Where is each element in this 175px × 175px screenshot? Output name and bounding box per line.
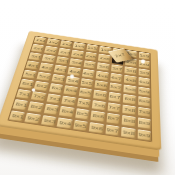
light-glint-icon [69,74,75,79]
cube-label: 3×3 [57,58,67,63]
cube-label: 3×1 [30,54,41,59]
cube-tile[interactable]: 3×9 [138,68,150,77]
cube-tile[interactable]: 6×6 [93,90,107,101]
cube-tile[interactable]: 4×3 [54,65,68,75]
cube-tile[interactable]: 5×2 [37,72,51,82]
cube-label: 6×7 [109,94,120,99]
cube-label: 3×9 [139,71,149,76]
cube-label: 8×6 [92,113,103,119]
cube-label: 4×5 [83,71,93,76]
cube-label: 2×3 [59,50,69,55]
cube-label: 9×8 [122,129,133,135]
cube-tile[interactable]: 1×4 [73,42,85,50]
cube-label: 7×5 [78,100,89,106]
cube-tile[interactable]: 4×6 [96,71,109,81]
cube-tile[interactable]: 9×3 [41,115,57,127]
cube-tile[interactable]: 5×9 [138,86,150,96]
cube-label: 5×7 [110,85,120,90]
cube-tile[interactable]: 7×2 [31,91,46,102]
cube-tile[interactable]: 7×9 [138,107,151,118]
cube-tile[interactable]: 9×4 [57,117,73,129]
cube-label: 1×3 [61,42,71,46]
cube-tile[interactable]: 4×2 [39,63,53,72]
cube-label: 5×2 [39,74,50,79]
cube-tile[interactable]: 1×1 [34,36,47,44]
cube-label: 9×9 [138,132,149,138]
cube-label: 5×3 [53,76,64,81]
cube-label: 7×8 [124,107,135,113]
cube-tile[interactable]: 9×8 [121,126,135,138]
cube-tile[interactable]: 5×8 [123,84,136,94]
product-photo: 1×11×21×31×41×51×61×71×81×92×12×22×32×42… [0,0,175,175]
cube-label: 2×2 [46,48,56,53]
cube-label: 2×1 [33,46,43,51]
cube-label: 9×5 [75,122,87,128]
cube-tile[interactable]: 5×6 [95,80,108,90]
cube-tile[interactable]: 7×4 [62,95,77,106]
cube-label: 8×9 [139,120,150,126]
cube-label: 3×7 [112,66,122,71]
cube-tile[interactable]: 9×5 [73,119,88,131]
cube-tile[interactable]: 9×7 [105,124,119,136]
cube-tile[interactable]: 3×1 [28,52,42,61]
cube-tile[interactable]: 3×4 [69,58,82,67]
cube-tile[interactable]: 6×3 [49,83,64,93]
cube-tile[interactable]: 1×2 [47,38,60,46]
cube-tile[interactable]: 7×8 [122,104,135,115]
cube-label: 8×1 [14,102,26,108]
cube-label: 1×9 [140,54,149,58]
cube-tile[interactable]: 3×2 [42,54,56,63]
cube-label: 4×6 [97,73,107,78]
cube-tile[interactable]: 5×3 [51,74,65,84]
cube-label: 6×6 [95,92,106,97]
cube-tile[interactable]: 8×9 [137,117,150,129]
cube-tile[interactable]: 2×6 [98,54,110,63]
cube-label: 8×8 [123,118,134,124]
cube-label: 9×1 [11,113,24,119]
cube-label: 2×4 [73,52,83,57]
cube-label: 1×2 [48,40,58,44]
cube-label: 5×6 [96,83,107,88]
cube-label: 8×2 [30,104,42,110]
cube-label: 7×2 [33,94,45,100]
cube-tile[interactable]: 4×7 [110,73,123,83]
cube-label: 7×9 [139,109,150,115]
cube-tile[interactable]: 5×5 [80,78,94,88]
cube-tile[interactable]: 7×5 [77,98,91,109]
cube-tile[interactable]: 7×6 [92,100,106,111]
cube-tile[interactable]: 6×9 [138,96,151,107]
cube-tile[interactable]: 4×5 [82,69,95,79]
cube-tile[interactable]: 2×3 [58,48,71,57]
cube-label: 6×4 [65,88,76,93]
cube-label: 4×3 [55,67,66,72]
cube-tile[interactable]: 7×1 [16,89,32,100]
cube-label: 6×9 [139,99,149,104]
cube-label: 3×4 [71,60,81,65]
cube-label: 3×8 [126,68,136,73]
cube-tile[interactable]: 7×3 [46,93,61,104]
cube-tile[interactable]: 7×7 [107,102,121,113]
cube-tile[interactable]: 5×1 [22,70,37,80]
light-glint-icon [31,88,36,92]
cube-tile[interactable]: 6×8 [123,94,136,105]
cube-tile[interactable]: 8×3 [44,104,59,116]
cube-label: 6×5 [80,90,91,95]
cube-tile[interactable]: 4×1 [25,61,39,70]
cube-label: 5×5 [82,80,93,85]
cube-label: 8×3 [45,106,57,112]
cube-label: 4×9 [139,79,149,84]
cube-tile[interactable]: 2×4 [71,50,84,59]
cube-tile[interactable]: 5×7 [109,82,122,92]
cube-label: 6×3 [51,86,62,91]
cube-tile[interactable]: 8×2 [28,101,44,112]
cube-label: 1×1 [35,38,45,42]
cube-label: 2×5 [86,54,96,59]
cube-tile[interactable]: 9×9 [137,129,151,141]
cube-label: 1×4 [74,44,84,48]
light-glint-icon [140,59,146,64]
cube-tile[interactable]: 9×2 [25,112,41,124]
cube-label: 4×7 [111,75,121,80]
cube-label: 5×4 [67,78,78,83]
cube-label: 7×3 [48,96,60,102]
cube-label: 4×1 [27,63,38,68]
cube-label: 5×8 [125,87,135,92]
cube-label: 5×9 [139,89,149,94]
cube-tile[interactable]: 8×7 [106,113,120,125]
cube-tile[interactable]: 2×5 [85,52,98,61]
cube-label: 4×8 [125,77,135,82]
cube-tile[interactable]: 4×8 [124,75,136,85]
cube-label: 6×2 [36,84,47,89]
cube-tile[interactable]: 1×3 [60,40,73,48]
cube-label: 5×1 [24,72,35,77]
cube-tile[interactable]: 2×2 [44,46,57,55]
cube-label: 3×2 [44,56,55,61]
cube-tile[interactable]: 6×5 [78,88,92,99]
board-grid: 1×11×21×31×41×51×61×71×81×92×12×22×32×42… [7,36,152,143]
cube-tile[interactable]: 6×4 [64,85,78,95]
cube-tile[interactable]: 8×6 [91,111,105,123]
cube-label: 6×8 [124,97,135,102]
cube-label: 7×1 [18,91,30,97]
cube-label: 7×4 [63,98,74,104]
cube-tile[interactable]: 8×4 [59,106,74,118]
cube-tile[interactable]: 3×6 [97,62,110,71]
cube-tile[interactable]: 2×1 [31,44,45,53]
cube-tile[interactable]: 1×5 [86,44,98,52]
cube-label: 8×7 [108,116,119,122]
cube-tile[interactable]: 8×8 [122,115,136,127]
cube-label: 4×2 [41,65,52,70]
cube-tile[interactable]: 3×3 [56,56,69,65]
cube-label: 9×6 [91,125,103,131]
cube-tile[interactable]: 3×5 [83,60,96,69]
cube-label: 1×5 [87,46,97,50]
cube-label: 6×1 [21,81,33,86]
cube-tile[interactable]: 4×9 [138,77,150,87]
cube-label: 3×6 [98,64,108,69]
cube-label: 8×4 [61,109,73,115]
cube-tile[interactable]: 3×8 [124,66,136,75]
cube-tile[interactable]: 9×6 [89,122,104,134]
cube-tile[interactable]: 6×7 [108,92,121,103]
cube-tile[interactable]: 8×1 [12,99,28,110]
cube-tile[interactable]: 8×5 [75,108,90,120]
cube-label: 2×6 [99,56,109,61]
lifted-cube-label: 2×7 [114,53,126,58]
cube-tile[interactable]: 9×1 [9,110,26,122]
cube-label: 3×5 [85,62,95,67]
cube-label: 8×5 [77,111,89,117]
cube-label: 9×7 [107,127,119,133]
cube-label: 7×6 [93,103,104,109]
cube-label: 9×3 [43,118,55,124]
cube-label: 9×4 [59,120,71,126]
cube-label: 7×7 [109,105,120,111]
cube-label: 9×2 [27,115,39,121]
cube-tile[interactable]: 3×7 [111,64,123,73]
cube-tile[interactable]: 6×2 [34,81,49,91]
cube-label: 2×8 [126,60,136,65]
